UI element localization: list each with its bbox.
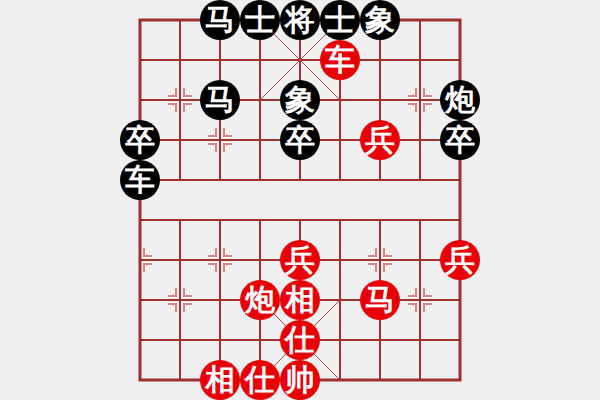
piece-red-soldier[interactable]: 兵 <box>440 240 480 280</box>
piece-black-chariot[interactable]: 车 <box>120 160 160 200</box>
piece-black-elephant[interactable]: 象 <box>360 0 400 40</box>
piece-black-general[interactable]: 将 <box>280 0 320 40</box>
piece-black-cannon[interactable]: 炮 <box>440 80 480 120</box>
piece-black-horse[interactable]: 马 <box>200 0 240 40</box>
piece-red-elephant[interactable]: 相 <box>200 360 240 400</box>
piece-red-soldier[interactable]: 兵 <box>360 120 400 160</box>
piece-red-advisor[interactable]: 仕 <box>280 320 320 360</box>
piece-red-advisor[interactable]: 仕 <box>240 360 280 400</box>
piece-red-general[interactable]: 帅 <box>280 360 320 400</box>
xiangqi-board-screen: 马士将士象车马象炮卒卒兵卒车兵兵炮相马仕相仕帅 <box>0 0 600 400</box>
piece-black-soldier[interactable]: 卒 <box>120 120 160 160</box>
piece-black-horse[interactable]: 马 <box>200 80 240 120</box>
piece-black-advisor[interactable]: 士 <box>240 0 280 40</box>
xiangqi-board: 马士将士象车马象炮卒卒兵卒车兵兵炮相马仕相仕帅 <box>120 0 480 400</box>
piece-black-advisor[interactable]: 士 <box>320 0 360 40</box>
piece-red-chariot[interactable]: 车 <box>320 40 360 80</box>
piece-red-elephant[interactable]: 相 <box>280 280 320 320</box>
piece-red-cannon[interactable]: 炮 <box>240 280 280 320</box>
piece-red-soldier[interactable]: 兵 <box>280 240 320 280</box>
piece-black-soldier[interactable]: 卒 <box>440 120 480 160</box>
piece-red-horse[interactable]: 马 <box>360 280 400 320</box>
piece-black-elephant[interactable]: 象 <box>280 80 320 120</box>
piece-black-soldier[interactable]: 卒 <box>280 120 320 160</box>
